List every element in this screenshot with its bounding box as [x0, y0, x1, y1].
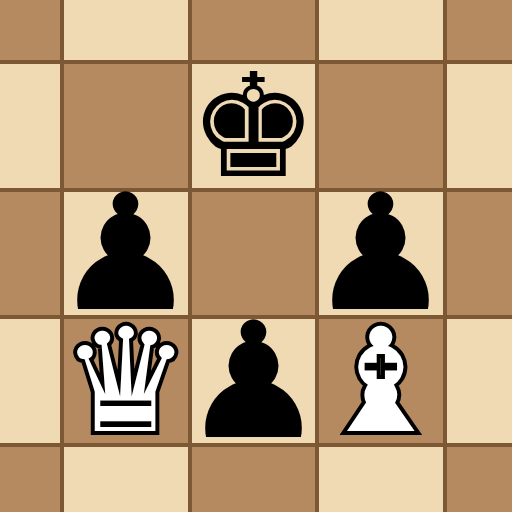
- square-d4[interactable]: ♛: [62, 317, 190, 445]
- square-d7[interactable]: [62, 0, 190, 62]
- square-c3[interactable]: [0, 445, 62, 512]
- white-queen-piece[interactable]: ♛: [61, 309, 190, 453]
- square-f4[interactable]: ♝: [317, 317, 445, 445]
- black-king-piece[interactable]: ♚: [189, 54, 318, 198]
- board-grid: ♚♟♟♛♟♝: [0, 0, 512, 512]
- square-g5[interactable]: [445, 190, 512, 318]
- square-f7[interactable]: [317, 0, 445, 62]
- square-g7[interactable]: [445, 0, 512, 62]
- white-bishop-piece[interactable]: ♝: [316, 309, 445, 453]
- square-e4[interactable]: ♟: [190, 317, 318, 445]
- square-g6[interactable]: [445, 62, 512, 190]
- square-c7[interactable]: [0, 0, 62, 62]
- square-e6[interactable]: ♚: [190, 62, 318, 190]
- black-pawn-piece[interactable]: ♟: [181, 300, 326, 461]
- square-g4[interactable]: [445, 317, 512, 445]
- square-g3[interactable]: [445, 445, 512, 512]
- chessboard-view: ♚♟♟♛♟♝: [0, 0, 512, 512]
